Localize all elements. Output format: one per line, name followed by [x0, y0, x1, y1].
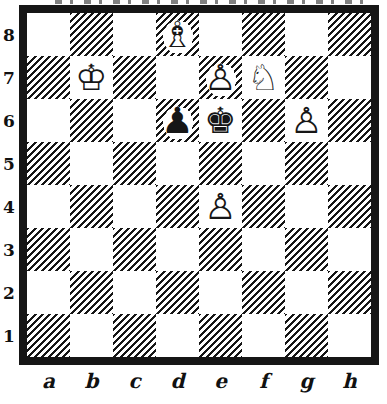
file-label-c: c [113, 369, 156, 393]
square-a4[interactable] [27, 185, 70, 228]
rank-label-5: 5 [0, 142, 18, 185]
piece-white-pawn: ♙ [288, 101, 326, 141]
piece-white-knight: ♘ [245, 58, 283, 98]
square-c1[interactable] [113, 314, 156, 357]
square-h2[interactable] [328, 271, 371, 314]
square-e2[interactable] [199, 271, 242, 314]
square-c8[interactable] [113, 13, 156, 56]
square-d3[interactable] [156, 228, 199, 271]
rank-label-7: 7 [0, 56, 18, 99]
square-e3[interactable] [199, 228, 242, 271]
square-c4[interactable] [113, 185, 156, 228]
square-b2[interactable] [70, 271, 113, 314]
square-a3[interactable] [27, 228, 70, 271]
square-d6[interactable]: ♟ [156, 99, 199, 142]
square-e4[interactable]: ♙ [199, 185, 242, 228]
square-a6[interactable] [27, 99, 70, 142]
square-g4[interactable] [285, 185, 328, 228]
rank-label-6: 6 [0, 99, 18, 142]
square-d7[interactable] [156, 56, 199, 99]
square-c3[interactable] [113, 228, 156, 271]
square-h4[interactable] [328, 185, 371, 228]
file-label-a: a [27, 369, 70, 393]
file-label-e: e [199, 369, 242, 393]
square-e7[interactable]: ♙ [199, 56, 242, 99]
square-d2[interactable] [156, 271, 199, 314]
piece-white-pawn: ♙ [202, 58, 240, 98]
square-h6[interactable] [328, 99, 371, 142]
rank-label-4: 4 [0, 185, 18, 228]
square-g2[interactable] [285, 271, 328, 314]
square-g6[interactable]: ♙ [285, 99, 328, 142]
file-label-b: b [70, 369, 113, 393]
square-d1[interactable] [156, 314, 199, 357]
square-d8[interactable]: ♗ [156, 13, 199, 56]
rank-label-2: 2 [0, 271, 18, 314]
square-e6[interactable]: ♚ [199, 99, 242, 142]
square-c7[interactable] [113, 56, 156, 99]
piece-black-pawn: ♟ [159, 101, 197, 141]
square-b3[interactable] [70, 228, 113, 271]
square-b6[interactable] [70, 99, 113, 142]
square-f6[interactable] [242, 99, 285, 142]
square-g8[interactable] [285, 13, 328, 56]
file-label-f: f [242, 369, 285, 393]
piece-white-pawn: ♙ [202, 187, 240, 227]
square-f3[interactable] [242, 228, 285, 271]
square-g1[interactable] [285, 314, 328, 357]
piece-black-king: ♚ [202, 101, 240, 141]
square-g3[interactable] [285, 228, 328, 271]
square-e8[interactable] [199, 13, 242, 56]
square-b1[interactable] [70, 314, 113, 357]
square-c2[interactable] [113, 271, 156, 314]
square-g5[interactable] [285, 142, 328, 185]
square-a7[interactable] [27, 56, 70, 99]
square-h5[interactable] [328, 142, 371, 185]
square-f7[interactable]: ♘ [242, 56, 285, 99]
rank-label-3: 3 [0, 228, 18, 271]
square-b8[interactable] [70, 13, 113, 56]
square-a8[interactable] [27, 13, 70, 56]
square-a5[interactable] [27, 142, 70, 185]
square-d5[interactable] [156, 142, 199, 185]
square-e1[interactable] [199, 314, 242, 357]
file-label-d: d [156, 369, 199, 393]
square-b5[interactable] [70, 142, 113, 185]
diagram-page: { "game": "chess", "diagram": { "style":… [0, 0, 387, 404]
square-a2[interactable] [27, 271, 70, 314]
file-labels: abcdefgh [27, 369, 371, 393]
square-f1[interactable] [242, 314, 285, 357]
piece-white-bishop: ♗ [159, 15, 197, 55]
square-f4[interactable] [242, 185, 285, 228]
rank-labels: 87654321 [0, 13, 18, 357]
square-h3[interactable] [328, 228, 371, 271]
square-f5[interactable] [242, 142, 285, 185]
rank-label-1: 1 [0, 314, 18, 357]
file-label-h: h [328, 369, 371, 393]
square-a1[interactable] [27, 314, 70, 357]
square-g7[interactable] [285, 56, 328, 99]
square-f2[interactable] [242, 271, 285, 314]
piece-white-king: ♔ [73, 58, 111, 98]
square-h8[interactable] [328, 13, 371, 56]
square-f8[interactable] [242, 13, 285, 56]
square-h1[interactable] [328, 314, 371, 357]
square-b7[interactable]: ♔ [70, 56, 113, 99]
file-label-g: g [285, 369, 328, 393]
square-c5[interactable] [113, 142, 156, 185]
chess-board: ♗♔♙♘♟♚♙♙ [19, 5, 379, 365]
square-d4[interactable] [156, 185, 199, 228]
square-e5[interactable] [199, 142, 242, 185]
square-h7[interactable] [328, 56, 371, 99]
rank-label-8: 8 [0, 13, 18, 56]
scan-artifact [55, 0, 365, 4]
square-c6[interactable] [113, 99, 156, 142]
square-b4[interactable] [70, 185, 113, 228]
